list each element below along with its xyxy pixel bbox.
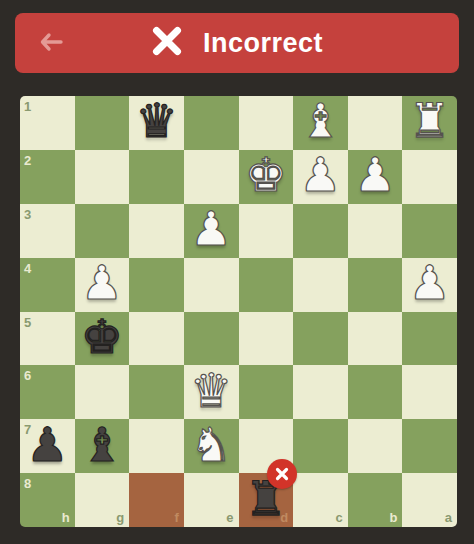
square-c6[interactable] [293,365,348,419]
square-h2[interactable]: 2 [20,150,75,204]
square-d1[interactable] [239,96,294,150]
square-h5[interactable]: 5 [20,312,75,366]
square-b1[interactable] [348,96,403,150]
piece-white-queen[interactable]: ♛ [184,363,239,417]
square-g8[interactable]: g [75,473,130,527]
square-g3[interactable] [75,204,130,258]
square-c3[interactable] [293,204,348,258]
square-e7[interactable]: ♞ [184,419,239,473]
x-mark-icon [151,25,183,61]
square-b5[interactable] [348,312,403,366]
square-a1[interactable]: ♜ [402,96,457,150]
square-f3[interactable] [129,204,184,258]
rank-label-6: 6 [24,369,31,382]
square-g5[interactable]: ♚ [75,312,130,366]
rank-label-1: 1 [24,100,31,113]
square-h4[interactable]: 4 [20,258,75,312]
chess-board: 1♛♝♜2♚♟♟3♟4♟♟5♚6♛7♟♝♞8hgfed♜cba [20,96,457,527]
square-h6[interactable]: 6 [20,365,75,419]
piece-white-pawn[interactable]: ♟ [75,256,130,310]
square-a2[interactable] [402,150,457,204]
badge-x-icon [275,467,289,481]
piece-white-pawn[interactable]: ♟ [184,202,239,256]
rank-label-5: 5 [24,316,31,329]
square-b8[interactable]: b [348,473,403,527]
piece-black-pawn[interactable]: ♟ [20,417,75,471]
square-h3[interactable]: 3 [20,204,75,258]
back-button[interactable] [29,13,73,73]
square-g4[interactable]: ♟ [75,258,130,312]
piece-white-bishop[interactable]: ♝ [293,96,348,148]
arrow-left-icon [38,32,64,55]
square-a8[interactable]: a [402,473,457,527]
square-f8[interactable]: f [129,473,184,527]
square-c7[interactable] [293,419,348,473]
square-a5[interactable] [402,312,457,366]
square-a3[interactable] [402,204,457,258]
square-h7[interactable]: 7♟ [20,419,75,473]
rank-label-3: 3 [24,208,31,221]
square-f6[interactable] [129,365,184,419]
square-f4[interactable] [129,258,184,312]
square-b7[interactable] [348,419,403,473]
file-label-g: g [116,511,124,524]
square-d5[interactable] [239,312,294,366]
incorrect-move-badge [267,459,297,489]
square-d2[interactable]: ♚ [239,150,294,204]
rank-label-2: 2 [24,154,31,167]
piece-white-pawn[interactable]: ♟ [402,256,457,310]
square-a7[interactable] [402,419,457,473]
incorrect-banner: Incorrect [15,13,459,73]
file-label-b: b [389,511,397,524]
square-h8[interactable]: 8h [20,473,75,527]
square-e6[interactable]: ♛ [184,365,239,419]
puzzle-screen: { "app": { "page_background": "#2e2b27" … [0,0,474,544]
piece-black-king[interactable]: ♚ [75,310,130,364]
square-c4[interactable] [293,258,348,312]
piece-black-queen[interactable]: ♛ [129,96,184,148]
piece-white-pawn[interactable]: ♟ [293,148,348,202]
banner-label: Incorrect [203,28,323,59]
file-label-a: a [445,511,452,524]
square-f7[interactable] [129,419,184,473]
square-c2[interactable]: ♟ [293,150,348,204]
rank-label-8: 8 [24,477,31,490]
piece-black-bishop[interactable]: ♝ [75,417,130,471]
square-e5[interactable] [184,312,239,366]
square-b4[interactable] [348,258,403,312]
square-b2[interactable]: ♟ [348,150,403,204]
square-e8[interactable]: e [184,473,239,527]
square-f5[interactable] [129,312,184,366]
square-a4[interactable]: ♟ [402,258,457,312]
square-d3[interactable] [239,204,294,258]
square-f2[interactable] [129,150,184,204]
piece-white-knight[interactable]: ♞ [184,417,239,471]
square-a6[interactable] [402,365,457,419]
square-e1[interactable] [184,96,239,150]
square-e3[interactable]: ♟ [184,204,239,258]
piece-white-king[interactable]: ♚ [239,148,294,202]
square-g6[interactable] [75,365,130,419]
square-f1[interactable]: ♛ [129,96,184,150]
rank-label-4: 4 [24,262,31,275]
square-c8[interactable]: c [293,473,348,527]
file-label-h: h [62,511,70,524]
square-c1[interactable]: ♝ [293,96,348,150]
square-g2[interactable] [75,150,130,204]
square-h1[interactable]: 1 [20,96,75,150]
file-label-f: f [175,511,179,524]
square-d8[interactable]: d♜ [239,473,294,527]
file-label-c: c [336,511,343,524]
banner-content: Incorrect [151,25,323,61]
file-label-e: e [226,511,233,524]
square-g7[interactable]: ♝ [75,419,130,473]
square-d6[interactable] [239,365,294,419]
piece-white-pawn[interactable]: ♟ [348,148,403,202]
square-c5[interactable] [293,312,348,366]
square-g1[interactable] [75,96,130,150]
square-b3[interactable] [348,204,403,258]
piece-white-rook[interactable]: ♜ [402,96,457,148]
square-b6[interactable] [348,365,403,419]
square-d4[interactable] [239,258,294,312]
square-e4[interactable] [184,258,239,312]
square-e2[interactable] [184,150,239,204]
